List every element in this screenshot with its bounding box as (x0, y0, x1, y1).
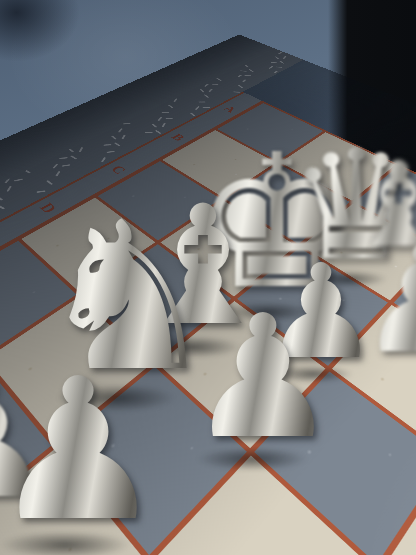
inlay-mark (249, 69, 254, 72)
inlay-mark (204, 84, 209, 87)
inlay-mark (103, 144, 111, 145)
inlay-mark (278, 52, 282, 54)
inlay-mark (269, 66, 274, 69)
inlay-mark (165, 118, 173, 120)
inlay-mark (271, 62, 278, 63)
inlay-mark (122, 135, 126, 139)
inlay-mark (279, 61, 284, 64)
inlay-mark (195, 106, 200, 110)
inlay-mark (174, 98, 178, 102)
inlay-mark (275, 56, 279, 59)
inlay-mark (216, 78, 221, 81)
inlay-mark (70, 155, 77, 159)
inlay-mark (46, 180, 53, 185)
inlay-mark (145, 132, 153, 133)
inlay-mark (242, 79, 246, 82)
inlay-mark (7, 186, 12, 192)
inlay-mark (59, 157, 67, 159)
inlay-mark (123, 123, 131, 124)
inlay-mark (276, 67, 283, 68)
inlay-mark (14, 178, 23, 181)
inlay-mark (203, 107, 210, 108)
inlay-mark (162, 112, 169, 113)
inlay-mark (244, 75, 251, 76)
inlay-mark (53, 164, 59, 169)
chess-photo-scene: HGFEDCBA ♞ ♝ ♚ ♛ ♝ ♟ ♟ ♟ ♟ ♟ (0, 0, 416, 555)
inlay-mark (114, 142, 120, 146)
inlay-mark (0, 196, 3, 201)
inlay-mark (283, 56, 287, 59)
inlay-mark (168, 104, 174, 108)
inlay-mark (237, 75, 242, 78)
inlay-mark (274, 71, 278, 74)
inlay-mark (118, 128, 123, 132)
inlay-mark (24, 169, 31, 173)
inlay-mark (200, 89, 205, 92)
inlay-mark (244, 65, 249, 68)
board-perspective-scene: HGFEDCBA (0, 0, 416, 555)
inlay-mark (211, 84, 218, 85)
inlay-mark (238, 85, 243, 88)
inlay-mark (240, 70, 247, 71)
inlay-mark (62, 164, 71, 166)
inlay-mark (79, 147, 83, 152)
inlay-mark (68, 148, 74, 152)
chess-board: HGFEDCBA (0, 0, 416, 555)
inlay-mark (0, 205, 5, 209)
inlay-mark (111, 136, 117, 140)
inlay-mark (56, 171, 61, 176)
inlay-mark (190, 112, 195, 116)
